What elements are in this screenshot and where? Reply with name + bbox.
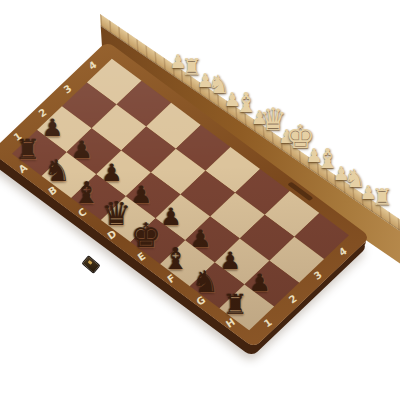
rank-label-right-4: 4	[327, 233, 359, 271]
lid-piece-white-rook[interactable]: ♜	[372, 186, 393, 209]
rank-label-right-2: 2	[277, 281, 309, 319]
rank-label-right-1: 1	[252, 305, 284, 343]
clasp-latch-icon	[81, 255, 100, 274]
rank-label-right-3: 3	[302, 257, 334, 295]
board-squares: ♟♟♟♟♟♟♟♟♜♞♝♛♚♝♞♜	[12, 59, 349, 331]
chess-set-photo: ♟♜♟♞♟♝♟♛♟♚♟♝♟♞♟♜ ♟♟♟♟♟♟♟♟♜♞♝♛♚♝♞♜ ABCDEF…	[0, 0, 400, 400]
